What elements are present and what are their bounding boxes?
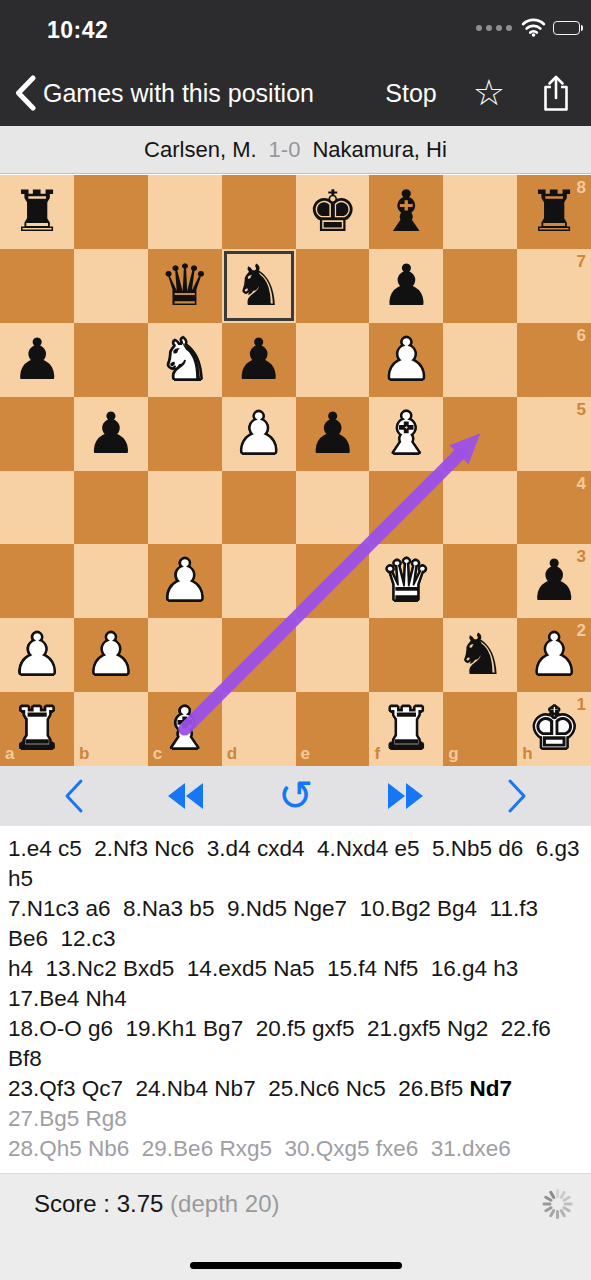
move-text[interactable]: 18.O-O g6 19.Kh1 Bg7 20.f5 gxf5 21.gxf5 … bbox=[8, 1016, 557, 1071]
white-pawn: ♟ bbox=[159, 544, 210, 618]
rank-label-7: 7 bbox=[577, 252, 586, 272]
square-e4[interactable] bbox=[296, 471, 370, 545]
chess-board[interactable]: ♜♚♝♜8♛♞♟7♟♞♟♟6♟♟♟♝54♟♛♟3♟♟♞♟2♜ab♝cde♜fg♚… bbox=[0, 175, 591, 766]
skip-to-start-button[interactable] bbox=[159, 770, 211, 822]
app-screen: 10:42 Games with this position bbox=[0, 0, 591, 1280]
reset-icon: ↺ bbox=[278, 775, 313, 817]
square-f5[interactable]: ♝ bbox=[369, 397, 443, 471]
square-e6[interactable] bbox=[296, 323, 370, 397]
game-result: 1-0 bbox=[269, 137, 301, 163]
move-controls: ↺ bbox=[0, 766, 591, 826]
square-g7[interactable] bbox=[443, 249, 517, 323]
square-g2[interactable]: ♞ bbox=[443, 618, 517, 692]
white-pawn: ♟ bbox=[233, 397, 284, 471]
square-d7[interactable]: ♞ bbox=[222, 249, 296, 323]
step-back-button[interactable] bbox=[48, 770, 100, 822]
square-d1[interactable]: d bbox=[222, 692, 296, 766]
black-pawn: ♟ bbox=[85, 397, 136, 471]
move-text[interactable]: 7.N1c3 a6 8.Na3 b5 9.Nd5 Nge7 10.Bg2 Bg4… bbox=[8, 896, 544, 951]
battery-icon bbox=[553, 21, 580, 35]
black-pawn: ♟ bbox=[381, 249, 432, 323]
black-bishop: ♝ bbox=[381, 175, 432, 249]
move-line: 18.O-O g6 19.Kh1 Bg7 20.f5 gxf5 21.gxf5 … bbox=[8, 1014, 583, 1074]
square-e7[interactable] bbox=[296, 249, 370, 323]
white-player-name: Carlsen, M. bbox=[144, 137, 256, 163]
square-f8[interactable]: ♝ bbox=[369, 175, 443, 249]
square-h5[interactable]: 5 bbox=[517, 397, 591, 471]
file-label-g: g bbox=[448, 744, 458, 764]
square-a4[interactable] bbox=[0, 471, 74, 545]
square-e5[interactable]: ♟ bbox=[296, 397, 370, 471]
white-pawn: ♟ bbox=[11, 618, 62, 692]
square-d3[interactable] bbox=[222, 544, 296, 618]
square-f6[interactable]: ♟ bbox=[369, 323, 443, 397]
share-icon[interactable] bbox=[541, 74, 571, 112]
square-a6[interactable]: ♟ bbox=[0, 323, 74, 397]
move-text[interactable]: h4 13.Nc2 Bxd5 14.exd5 Na5 15.f4 Nf5 16.… bbox=[8, 956, 531, 1011]
stop-button[interactable]: Stop bbox=[385, 79, 436, 108]
square-e1[interactable]: e bbox=[296, 692, 370, 766]
back-chevron-icon bbox=[14, 75, 36, 111]
file-label-b: b bbox=[79, 744, 89, 764]
square-d5[interactable]: ♟ bbox=[222, 397, 296, 471]
square-a2[interactable]: ♟ bbox=[0, 618, 74, 692]
square-g5[interactable] bbox=[443, 397, 517, 471]
square-c5[interactable] bbox=[148, 397, 222, 471]
back-label: Games with this position bbox=[43, 79, 314, 108]
square-b7[interactable] bbox=[74, 249, 148, 323]
square-h8[interactable]: ♜8 bbox=[517, 175, 591, 249]
rank-label-5: 5 bbox=[577, 400, 586, 420]
square-b5[interactable]: ♟ bbox=[74, 397, 148, 471]
square-c2[interactable] bbox=[148, 618, 222, 692]
move-text[interactable]: 1.e4 c5 2.Nf3 Nc6 3.d4 cxd4 4.Nxd4 e5 5.… bbox=[8, 836, 586, 891]
black-pawn: ♟ bbox=[233, 323, 284, 397]
white-pawn: ♟ bbox=[529, 618, 580, 692]
rank-label-4: 4 bbox=[577, 474, 586, 494]
square-b8[interactable] bbox=[74, 175, 148, 249]
move-line: 1.e4 c5 2.Nf3 Nc6 3.d4 cxd4 4.Nxd4 e5 5.… bbox=[8, 834, 583, 894]
reset-board-button[interactable]: ↺ bbox=[270, 770, 322, 822]
square-g1[interactable]: g bbox=[443, 692, 517, 766]
rank-label-6: 6 bbox=[577, 326, 586, 346]
black-pawn: ♟ bbox=[307, 397, 358, 471]
status-bar: 10:42 bbox=[0, 14, 591, 48]
white-queen: ♛ bbox=[381, 544, 432, 618]
square-b4[interactable] bbox=[74, 471, 148, 545]
white-knight: ♞ bbox=[159, 323, 210, 397]
black-rook: ♜ bbox=[11, 175, 62, 249]
black-pawn: ♟ bbox=[529, 544, 580, 618]
skip-to-end-button[interactable] bbox=[380, 770, 432, 822]
game-header: Carlsen, M. 1-0 Nakamura, Hi bbox=[0, 126, 591, 174]
square-h3[interactable]: ♟3 bbox=[517, 544, 591, 618]
status-time: 10:42 bbox=[47, 17, 108, 44]
square-f3[interactable]: ♛ bbox=[369, 544, 443, 618]
black-queen: ♛ bbox=[159, 249, 210, 323]
wifi-icon bbox=[521, 18, 546, 37]
square-c8[interactable] bbox=[148, 175, 222, 249]
square-f7[interactable]: ♟ bbox=[369, 249, 443, 323]
double-chevron-left-icon bbox=[165, 781, 205, 811]
move-text[interactable]: 28.Qh5 Nb6 29.Be6 Rxg5 30.Qxg5 fxe6 31.d… bbox=[8, 1136, 511, 1161]
black-king: ♚ bbox=[307, 175, 358, 249]
square-e3[interactable] bbox=[296, 544, 370, 618]
square-c3[interactable]: ♟ bbox=[148, 544, 222, 618]
white-rook: ♜ bbox=[11, 692, 62, 766]
score-depth: (depth 20) bbox=[170, 1190, 279, 1217]
step-forward-button[interactable] bbox=[491, 770, 543, 822]
white-pawn: ♟ bbox=[85, 618, 136, 692]
chevron-left-icon bbox=[61, 777, 87, 815]
square-b2[interactable]: ♟ bbox=[74, 618, 148, 692]
square-g8[interactable] bbox=[443, 175, 517, 249]
move-text[interactable]: 23.Qf3 Qc7 24.Nb4 Nb7 25.Nc6 Nc5 26.Bf5 bbox=[8, 1076, 470, 1101]
black-knight: ♞ bbox=[455, 618, 506, 692]
square-d6[interactable]: ♟ bbox=[222, 323, 296, 397]
back-button[interactable]: Games with this position bbox=[14, 75, 314, 111]
nav-actions: Stop ☆ bbox=[385, 74, 571, 112]
score-value: Score : 3.75 bbox=[34, 1190, 163, 1217]
black-knight: ♞ bbox=[233, 249, 284, 323]
square-a8[interactable]: ♜ bbox=[0, 175, 74, 249]
square-e2[interactable] bbox=[296, 618, 370, 692]
square-c7[interactable]: ♛ bbox=[148, 249, 222, 323]
cellular-signal-icon bbox=[476, 25, 512, 31]
move-line: h4 13.Nc2 Bxd5 14.exd5 Na5 15.f4 Nf5 16.… bbox=[8, 954, 583, 1014]
square-g3[interactable] bbox=[443, 544, 517, 618]
file-label-f: f bbox=[374, 744, 380, 764]
square-f4[interactable] bbox=[369, 471, 443, 545]
white-bishop: ♝ bbox=[159, 692, 210, 766]
square-h2[interactable]: ♟2 bbox=[517, 618, 591, 692]
square-d2[interactable] bbox=[222, 618, 296, 692]
square-b1[interactable]: b bbox=[74, 692, 148, 766]
black-player-name: Nakamura, Hi bbox=[312, 137, 446, 163]
home-indicator[interactable] bbox=[190, 1262, 402, 1269]
square-a7[interactable] bbox=[0, 249, 74, 323]
square-h7[interactable]: 7 bbox=[517, 249, 591, 323]
white-bishop: ♝ bbox=[381, 397, 432, 471]
square-h4[interactable]: 4 bbox=[517, 471, 591, 545]
file-label-d: d bbox=[227, 744, 237, 764]
status-icons bbox=[476, 18, 580, 37]
square-c6[interactable]: ♞ bbox=[148, 323, 222, 397]
square-e8[interactable]: ♚ bbox=[296, 175, 370, 249]
square-c1[interactable]: ♝c bbox=[148, 692, 222, 766]
favorite-star-icon[interactable]: ☆ bbox=[473, 78, 505, 108]
move-line: 28.Qh5 Nb6 29.Be6 Rxg5 30.Qxg5 fxe6 31.d… bbox=[8, 1134, 583, 1164]
white-pawn: ♟ bbox=[381, 323, 432, 397]
header: 10:42 Games with this position bbox=[0, 0, 591, 126]
current-move[interactable]: Nd7 bbox=[470, 1076, 513, 1101]
square-c4[interactable] bbox=[148, 471, 222, 545]
square-g4[interactable] bbox=[443, 471, 517, 545]
file-label-e: e bbox=[301, 744, 310, 764]
square-f1[interactable]: ♜f bbox=[369, 692, 443, 766]
square-h6[interactable]: 6 bbox=[517, 323, 591, 397]
move-list[interactable]: 1.e4 c5 2.Nf3 Nc6 3.d4 cxd4 4.Nxd4 e5 5.… bbox=[0, 826, 591, 1173]
black-pawn: ♟ bbox=[11, 323, 62, 397]
engine-score: Score : 3.75 (depth 20) bbox=[34, 1190, 280, 1218]
white-rook: ♜ bbox=[381, 692, 432, 766]
black-rook: ♜ bbox=[529, 175, 580, 249]
square-d4[interactable] bbox=[222, 471, 296, 545]
white-king: ♚ bbox=[529, 692, 580, 766]
chevron-right-icon bbox=[504, 777, 530, 815]
square-a5[interactable] bbox=[0, 397, 74, 471]
navigation-bar: Games with this position Stop ☆ bbox=[0, 60, 591, 126]
double-chevron-right-icon bbox=[386, 781, 426, 811]
loading-spinner bbox=[541, 1188, 573, 1220]
square-h1[interactable]: ♚h1 bbox=[517, 692, 591, 766]
square-b3[interactable] bbox=[74, 544, 148, 618]
move-line: 7.N1c3 a6 8.Na3 b5 9.Nd5 Nge7 10.Bg2 Bg4… bbox=[8, 894, 583, 954]
square-b6[interactable] bbox=[74, 323, 148, 397]
square-a3[interactable] bbox=[0, 544, 74, 618]
move-line: 23.Qf3 Qc7 24.Nb4 Nb7 25.Nc6 Nc5 26.Bf5 … bbox=[8, 1074, 583, 1134]
square-d8[interactable] bbox=[222, 175, 296, 249]
square-g6[interactable] bbox=[443, 323, 517, 397]
square-f2[interactable] bbox=[369, 618, 443, 692]
square-a1[interactable]: ♜a bbox=[0, 692, 74, 766]
